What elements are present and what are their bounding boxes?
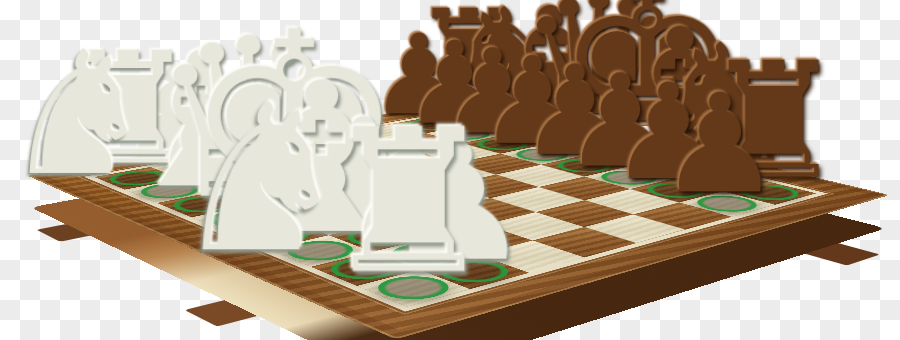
piece-black-pawn-h7[interactable]: ♟ bbox=[659, 76, 727, 213]
square-h1[interactable]: ♜ bbox=[357, 270, 470, 307]
chess-board: ♜♞♝♛♚♝♞♜♟♟♟♟♟♟♟♟♟♟♟♟♟♟♟♟♜♞♝♛♚♝♞♜ bbox=[27, 98, 890, 340]
square-h4[interactable] bbox=[533, 227, 637, 257]
piece-white-rook-h1[interactable]: ♜ bbox=[320, 103, 403, 302]
square-h7[interactable]: ♟ bbox=[679, 191, 775, 217]
transparent-checker-background: ♜♞♝♛♚♝♞♜♟♟♟♟♟♟♟♟♟♟♟♟♟♟♟♟♜♞♝♛♚♝♞♜ bbox=[0, 0, 900, 340]
